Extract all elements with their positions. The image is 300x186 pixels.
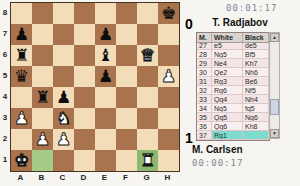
square-f1[interactable] [116,150,137,171]
player-name-black: T. Radjabov [196,17,284,28]
move-table-header-m: M. [197,33,212,42]
move-number: 34 [197,104,212,113]
move-table-header: M.WhiteBlack [197,33,269,43]
square-c4[interactable]: ♟ [53,87,74,108]
square-g5[interactable] [137,66,158,87]
black-move[interactable]: de5 [243,43,269,50]
white-king-piece[interactable]: ♚ [11,150,32,171]
move-list-scrollbar[interactable]: ▲ ▼ [269,32,280,139]
square-g8[interactable] [137,3,158,24]
file-label-b: B [31,173,52,182]
square-g4[interactable] [137,87,158,108]
move-row-34: 34Ng5fg5 [197,104,269,113]
square-e5[interactable]: ♟ [95,66,116,87]
white-move[interactable]: Qg6 [212,122,243,131]
white-move[interactable]: Qg4 [212,95,243,104]
square-h5[interactable]: ♟ [158,66,179,87]
move-row-37: 37Rg1 [197,131,269,140]
square-b6[interactable] [32,45,53,66]
move-row-27: 27e5de5 [197,43,269,50]
move-number: 31 [197,77,212,86]
black-move[interactable] [243,131,269,140]
white-pawn-piece[interactable]: ♟ [158,66,179,87]
square-e2[interactable] [95,129,116,150]
black-rook-piece[interactable]: ♜ [32,87,53,108]
square-c6[interactable] [53,45,74,66]
scroll-down-icon[interactable]: ▼ [270,129,279,138]
square-a7[interactable]: ♟ [11,24,32,45]
rank-label-3: 3 [0,107,10,128]
square-d2[interactable] [74,129,95,150]
white-knight-piece[interactable]: ♞ [53,108,74,129]
square-e1[interactable] [95,150,116,171]
file-label-a: A [10,173,31,182]
move-row-36: 36Qg6Kh8 [197,122,269,131]
square-e4[interactable] [95,87,116,108]
white-move[interactable]: Rg1 [212,131,243,140]
rank-label-6: 6 [0,44,10,65]
square-d8[interactable] [74,3,95,24]
black-move[interactable]: Nh6 [243,68,269,77]
square-c8[interactable] [53,3,74,24]
square-d4[interactable] [74,87,95,108]
move-table: M.WhiteBlack 27e5de528Ng5Bf529Ne4Kh730Qe… [196,32,270,141]
square-f5[interactable] [116,66,137,87]
square-d7[interactable] [74,24,95,45]
square-g7[interactable] [137,24,158,45]
result-black: 0 [181,16,197,32]
square-h4[interactable] [158,87,179,108]
square-g2[interactable] [137,129,158,150]
move-number: 30 [197,68,212,77]
board: ♚♟♟♜♝♛♛♟♟♜♟♟♞♟♟♚♜ [10,2,180,172]
black-pawn-piece[interactable]: ♟ [95,24,116,45]
black-move[interactable]: Kh8 [243,122,269,131]
square-a8[interactable] [11,3,32,24]
move-row-30: 30Qe2Nh6 [197,68,269,77]
move-number: 37 [197,131,212,140]
square-b1[interactable] [32,150,53,171]
move-row-33: 33Qg4Nh4 [197,95,269,104]
square-d5[interactable] [74,66,95,87]
black-pawn-piece[interactable]: ♟ [11,24,32,45]
move-number: 35 [197,113,212,122]
scroll-up-icon[interactable]: ▲ [270,33,279,42]
square-d1[interactable] [74,150,95,171]
square-h2[interactable] [158,129,179,150]
white-pawn-piece[interactable]: ♟ [32,129,53,150]
white-move[interactable]: Qg5 [212,113,243,122]
move-row-28: 28Ng5Bf5 [197,50,269,59]
square-b3[interactable] [32,108,53,129]
square-h1[interactable] [158,150,179,171]
move-table-header-white: White [212,33,243,42]
white-rook-piece[interactable]: ♜ [137,150,158,171]
square-a5[interactable]: ♛ [11,66,32,87]
square-e3[interactable] [95,108,116,129]
square-g1[interactable]: ♜ [137,150,158,171]
square-e8[interactable] [95,3,116,24]
square-e6[interactable]: ♝ [95,45,116,66]
rank-label-1: 1 [0,149,10,170]
square-a1[interactable]: ♚ [11,150,32,171]
square-c5[interactable] [53,66,74,87]
rank-labels: 87654321 [0,2,10,170]
white-move[interactable]: Ng5 [212,50,243,59]
move-number: 27 [197,43,212,50]
square-b8[interactable] [32,3,53,24]
move-row-32: 32Rg6Nf5 [197,86,269,95]
player-name-white: M. Carlsen [192,144,243,155]
white-pawn-piece[interactable]: ♟ [11,108,32,129]
clock-white: 00:00:17 [192,158,243,168]
rank-label-2: 2 [0,128,10,149]
move-number: 32 [197,86,212,95]
square-f3[interactable] [116,108,137,129]
square-b5[interactable] [32,66,53,87]
square-a3[interactable]: ♟ [11,108,32,129]
square-h8[interactable]: ♚ [158,3,179,24]
square-c2[interactable]: ♟ [53,129,74,150]
square-h3[interactable] [158,108,179,129]
square-b2[interactable]: ♟ [32,129,53,150]
square-f8[interactable] [116,3,137,24]
square-b4[interactable]: ♜ [32,87,53,108]
rank-label-7: 7 [0,23,10,44]
square-h7[interactable] [158,24,179,45]
file-label-c: C [52,173,73,182]
black-bishop-piece[interactable]: ♝ [95,45,116,66]
rank-label-4: 4 [0,86,10,107]
square-f6[interactable] [116,45,137,66]
black-move[interactable]: Ng6 [243,113,269,122]
square-f7[interactable] [116,24,137,45]
square-f2[interactable] [116,129,137,150]
white-move[interactable]: Rg6 [212,86,243,95]
square-e7[interactable]: ♟ [95,24,116,45]
square-g6[interactable]: ♛ [137,45,158,66]
scrollbar-thumb[interactable] [270,99,279,115]
white-move[interactable]: e5 [212,43,243,50]
black-queen-piece[interactable]: ♛ [11,66,32,87]
black-move[interactable]: fg5 [243,104,269,113]
file-label-h: H [157,173,178,182]
clock-black: 00:01:17 [226,3,277,13]
move-row-31: 31Rg3Be6 [197,77,269,86]
white-move[interactable]: Ng5 [212,104,243,113]
square-h6[interactable] [158,45,179,66]
black-pawn-piece[interactable]: ♟ [95,66,116,87]
move-number: 29 [197,59,212,68]
move-number: 28 [197,50,212,59]
move-row-29: 29Ne4Kh7 [197,59,269,68]
square-c1[interactable] [53,150,74,171]
white-move[interactable]: Qe2 [212,68,243,77]
file-label-f: F [115,173,136,182]
file-labels: ABCDEFGH [10,173,178,182]
square-c7[interactable] [53,24,74,45]
rank-label-8: 8 [0,2,10,23]
file-label-g: G [136,173,157,182]
move-table-body: 27e5de528Ng5Bf529Ne4Kh730Qe2Nh631Rg3Be63… [197,43,269,140]
black-move[interactable]: Bf5 [243,50,269,59]
move-row-35: 35Qg5Ng6 [197,113,269,122]
file-label-e: E [94,173,115,182]
black-pawn-piece[interactable]: ♟ [53,87,74,108]
square-d6[interactable] [74,45,95,66]
square-a4[interactable] [11,87,32,108]
white-move[interactable]: Ne4 [212,59,243,68]
white-move[interactable]: Rg3 [212,77,243,86]
square-g3[interactable] [137,108,158,129]
black-move[interactable]: Kh7 [243,59,269,68]
square-b7[interactable] [32,24,53,45]
white-pawn-piece[interactable]: ♟ [53,129,74,150]
black-move[interactable]: Nf5 [243,86,269,95]
move-number: 33 [197,95,212,104]
white-queen-piece[interactable]: ♛ [137,45,158,66]
move-number: 36 [197,122,212,131]
black-move[interactable]: Nh4 [243,95,269,104]
square-a2[interactable] [11,129,32,150]
square-c3[interactable]: ♞ [53,108,74,129]
move-table-header-black: Black [243,33,269,42]
square-a6[interactable]: ♜ [11,45,32,66]
black-rook-piece[interactable]: ♜ [11,45,32,66]
rank-label-5: 5 [0,65,10,86]
square-f4[interactable] [116,87,137,108]
file-label-d: D [73,173,94,182]
square-d3[interactable] [74,108,95,129]
black-king-piece[interactable]: ♚ [158,3,179,24]
black-move[interactable]: Be6 [243,77,269,86]
